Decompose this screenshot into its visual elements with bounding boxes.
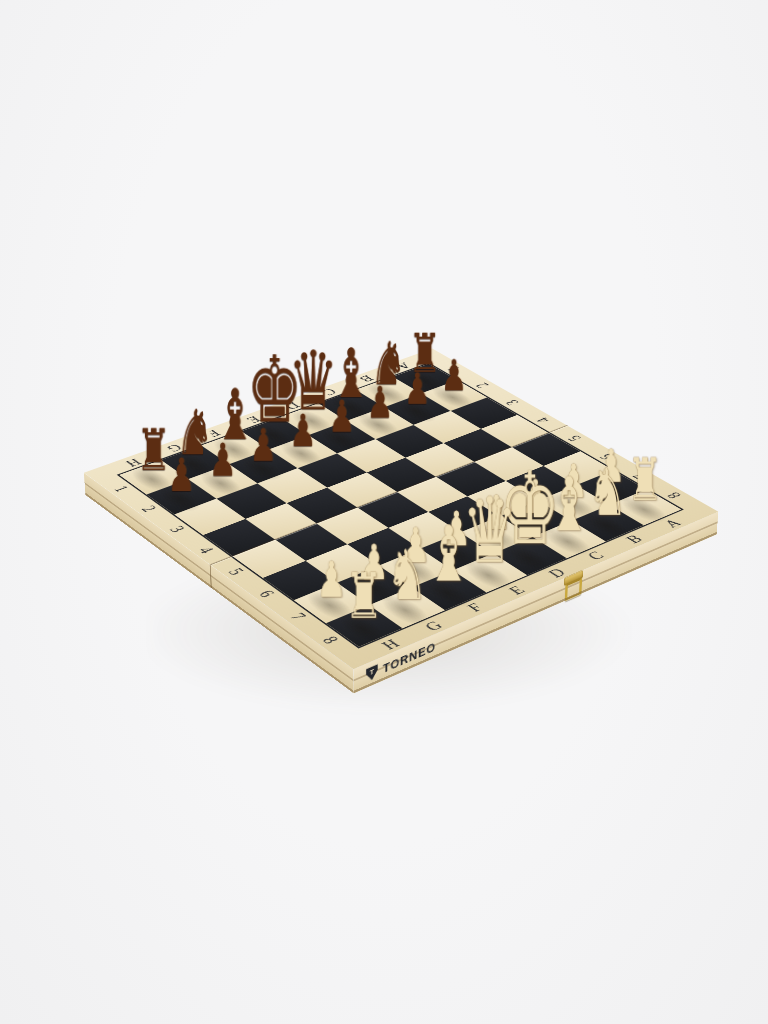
chess-scene: 12345678 12345678 ABCDEFGH ABCDEFGH ♜♟♟♜…	[171, 266, 623, 718]
pawn-glyph: ♟	[404, 367, 431, 410]
piece-dark-pawn: ♟	[243, 422, 284, 467]
product-photo: 12345678 12345678 ABCDEFGH ABCDEFGH ♜♟♟♜…	[0, 0, 768, 1024]
coord-label-text: 4	[195, 545, 216, 555]
piece-light-rook: ♜	[336, 564, 393, 627]
piece-dark-pawn: ♟	[161, 452, 202, 498]
coord-label-text: 6	[256, 589, 277, 599]
pawn-glyph: ♟	[367, 380, 394, 424]
board-frame: ♜♟♟♜♞♟♟♞♝♟♟♝♛♟♟♚♚♟♟♛♝♟♟♝♞♟♟♞♜♟♟♜	[117, 362, 684, 648]
piece-dark-pawn: ♟	[202, 437, 243, 483]
coord-label-text: 2	[473, 381, 491, 389]
coord-label-text: 7	[287, 611, 309, 622]
coord-label-text: 5	[565, 434, 584, 442]
piece-dark-pawn: ♟	[398, 367, 437, 410]
pawn-glyph: ♟	[441, 354, 467, 397]
coord-label-text: 3	[503, 398, 521, 406]
coord-label-text: 3	[167, 524, 188, 534]
piece-dark-pawn: ♟	[360, 380, 399, 424]
piece-dark-pawn: ♟	[322, 394, 362, 438]
pawn-glyph: ♟	[328, 394, 355, 438]
board-grid: ♜♟♟♜♞♟♟♞♝♟♟♝♛♟♟♚♚♟♟♛♝♟♟♝♞♟♟♞♜♟♟♜	[119, 364, 681, 647]
coord-label-text: 4	[534, 416, 553, 424]
rook-glyph: ♜	[345, 564, 384, 627]
pawn-glyph: ♟	[209, 437, 237, 483]
piece-dark-pawn: ♟	[435, 354, 474, 397]
coord-label-text: 2	[139, 504, 159, 513]
coord-label-text: 8	[319, 635, 341, 646]
pawn-glyph: ♟	[167, 452, 195, 498]
pawn-glyph: ♟	[289, 408, 316, 453]
coord-label-text: 1	[111, 484, 131, 493]
torneo-shield-icon: T	[365, 663, 378, 684]
piece-dark-pawn: ♟	[283, 408, 323, 453]
coord-label-text: 5	[225, 567, 246, 577]
pawn-glyph: ♟	[249, 422, 277, 467]
